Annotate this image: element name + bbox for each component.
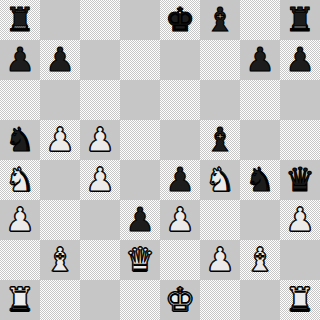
square-b4[interactable] (40, 160, 80, 200)
square-b5[interactable]: ♟ (40, 120, 80, 160)
black-pawn[interactable]: ♟ (120, 200, 160, 240)
square-d5[interactable] (120, 120, 160, 160)
square-f3[interactable] (200, 200, 240, 240)
square-e3[interactable]: ♟ (160, 200, 200, 240)
white-king[interactable]: ♚ (160, 280, 200, 320)
square-h1[interactable]: ♜ (280, 280, 320, 320)
square-b6[interactable] (40, 80, 80, 120)
square-d8[interactable] (120, 0, 160, 40)
black-pawn[interactable]: ♟ (280, 40, 320, 80)
white-pawn[interactable]: ♟ (160, 200, 200, 240)
square-c1[interactable] (80, 280, 120, 320)
chess-board: ♜♚♝♜♟♟♟♟♞♟♟♝♞♟♟♞♞♛♟♟♟♟♝♛♟♝♜♚♜ (0, 0, 320, 320)
square-a3[interactable]: ♟ (0, 200, 40, 240)
white-pawn[interactable]: ♟ (200, 240, 240, 280)
square-a2[interactable] (0, 240, 40, 280)
white-pawn[interactable]: ♟ (80, 120, 120, 160)
square-d1[interactable] (120, 280, 160, 320)
square-a4[interactable]: ♞ (0, 160, 40, 200)
square-f2[interactable]: ♟ (200, 240, 240, 280)
black-rook[interactable]: ♜ (0, 0, 40, 40)
square-e6[interactable] (160, 80, 200, 120)
white-rook[interactable]: ♜ (280, 280, 320, 320)
square-a1[interactable]: ♜ (0, 280, 40, 320)
square-g8[interactable] (240, 0, 280, 40)
square-c2[interactable] (80, 240, 120, 280)
square-c3[interactable] (80, 200, 120, 240)
square-h8[interactable]: ♜ (280, 0, 320, 40)
black-pawn[interactable]: ♟ (0, 40, 40, 80)
white-pawn[interactable]: ♟ (40, 120, 80, 160)
white-pawn[interactable]: ♟ (280, 200, 320, 240)
white-rook[interactable]: ♜ (0, 280, 40, 320)
square-d6[interactable] (120, 80, 160, 120)
square-e7[interactable] (160, 40, 200, 80)
square-h5[interactable] (280, 120, 320, 160)
square-c8[interactable] (80, 0, 120, 40)
black-rook[interactable]: ♜ (280, 0, 320, 40)
black-pawn[interactable]: ♟ (240, 40, 280, 80)
black-bishop[interactable]: ♝ (200, 0, 240, 40)
square-e1[interactable]: ♚ (160, 280, 200, 320)
square-a6[interactable] (0, 80, 40, 120)
square-f5[interactable]: ♝ (200, 120, 240, 160)
square-a8[interactable]: ♜ (0, 0, 40, 40)
square-b3[interactable] (40, 200, 80, 240)
white-bishop[interactable]: ♝ (40, 240, 80, 280)
square-f8[interactable]: ♝ (200, 0, 240, 40)
square-d4[interactable] (120, 160, 160, 200)
square-d7[interactable] (120, 40, 160, 80)
white-knight[interactable]: ♞ (200, 160, 240, 200)
square-f1[interactable] (200, 280, 240, 320)
square-g5[interactable] (240, 120, 280, 160)
square-b8[interactable] (40, 0, 80, 40)
white-pawn[interactable]: ♟ (80, 160, 120, 200)
square-g6[interactable] (240, 80, 280, 120)
square-g1[interactable] (240, 280, 280, 320)
square-e5[interactable] (160, 120, 200, 160)
black-bishop[interactable]: ♝ (200, 120, 240, 160)
square-d2[interactable]: ♛ (120, 240, 160, 280)
square-b1[interactable] (40, 280, 80, 320)
black-knight[interactable]: ♞ (240, 160, 280, 200)
square-f7[interactable] (200, 40, 240, 80)
square-c7[interactable] (80, 40, 120, 80)
square-d3[interactable]: ♟ (120, 200, 160, 240)
square-h3[interactable]: ♟ (280, 200, 320, 240)
black-pawn[interactable]: ♟ (40, 40, 80, 80)
square-h6[interactable] (280, 80, 320, 120)
square-h7[interactable]: ♟ (280, 40, 320, 80)
square-g4[interactable]: ♞ (240, 160, 280, 200)
black-queen[interactable]: ♛ (280, 160, 320, 200)
square-b2[interactable]: ♝ (40, 240, 80, 280)
square-a5[interactable]: ♞ (0, 120, 40, 160)
square-e8[interactable]: ♚ (160, 0, 200, 40)
square-f6[interactable] (200, 80, 240, 120)
black-knight[interactable]: ♞ (0, 120, 40, 160)
black-pawn[interactable]: ♟ (160, 160, 200, 200)
black-king[interactable]: ♚ (160, 0, 200, 40)
square-g3[interactable] (240, 200, 280, 240)
square-c5[interactable]: ♟ (80, 120, 120, 160)
square-b7[interactable]: ♟ (40, 40, 80, 80)
white-bishop[interactable]: ♝ (240, 240, 280, 280)
square-e2[interactable] (160, 240, 200, 280)
square-h4[interactable]: ♛ (280, 160, 320, 200)
square-g2[interactable]: ♝ (240, 240, 280, 280)
square-e4[interactable]: ♟ (160, 160, 200, 200)
chess-board-window: ♜♚♝♜♟♟♟♟♞♟♟♝♞♟♟♞♞♛♟♟♟♟♝♛♟♝♜♚♜ (0, 0, 320, 320)
white-knight[interactable]: ♞ (0, 160, 40, 200)
square-g7[interactable]: ♟ (240, 40, 280, 80)
white-queen[interactable]: ♛ (120, 240, 160, 280)
square-f4[interactable]: ♞ (200, 160, 240, 200)
square-h2[interactable] (280, 240, 320, 280)
square-c4[interactable]: ♟ (80, 160, 120, 200)
square-c6[interactable] (80, 80, 120, 120)
white-pawn[interactable]: ♟ (0, 200, 40, 240)
square-a7[interactable]: ♟ (0, 40, 40, 80)
